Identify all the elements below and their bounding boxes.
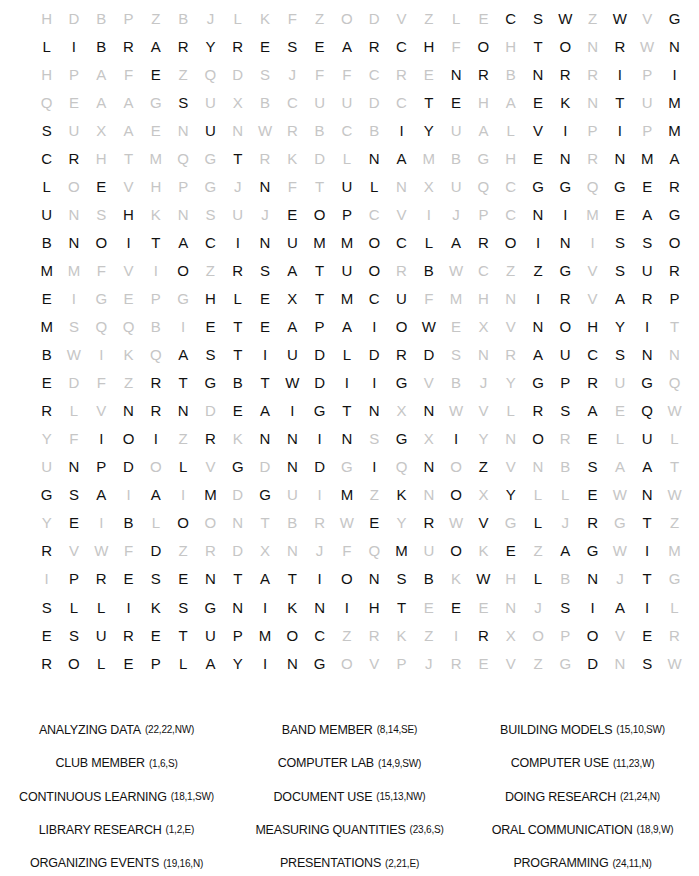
grid-cell-c8-r14[interactable]: B bbox=[224, 369, 251, 397]
grid-cell-c2-r21[interactable]: P bbox=[60, 565, 87, 593]
grid-cell-c13-r15[interactable]: N bbox=[361, 397, 388, 425]
grid-cell-c12-r15[interactable]: T bbox=[333, 397, 360, 425]
grid-cell-c2-r6[interactable]: R bbox=[60, 144, 87, 172]
grid-cell-c17-r12[interactable]: X bbox=[470, 313, 497, 341]
grid-cell-c10-r13[interactable]: U bbox=[279, 341, 306, 369]
grid-cell-c5-r6[interactable]: M bbox=[142, 144, 169, 172]
grid-cell-c17-r21[interactable]: W bbox=[470, 565, 497, 593]
grid-cell-c11-r7[interactable]: T bbox=[306, 172, 333, 200]
grid-cell-c6-r11[interactable]: G bbox=[169, 284, 196, 312]
grid-cell-c11-r14[interactable]: D bbox=[306, 369, 333, 397]
grid-cell-c23-r12[interactable]: I bbox=[634, 313, 661, 341]
grid-cell-c22-r17[interactable]: A bbox=[606, 453, 633, 481]
grid-cell-c4-r21[interactable]: E bbox=[115, 565, 142, 593]
grid-cell-c8-r15[interactable]: E bbox=[224, 397, 251, 425]
grid-cell-c14-r11[interactable]: U bbox=[388, 284, 415, 312]
grid-cell-c9-r23[interactable]: M bbox=[251, 621, 278, 649]
grid-cell-c20-r3[interactable]: R bbox=[552, 60, 579, 88]
grid-cell-c6-r13[interactable]: A bbox=[169, 341, 196, 369]
grid-cell-c3-r4[interactable]: A bbox=[88, 88, 115, 116]
grid-cell-c24-r21[interactable]: G bbox=[661, 565, 688, 593]
grid-cell-c9-r3[interactable]: S bbox=[251, 60, 278, 88]
grid-cell-c7-r22[interactable]: G bbox=[197, 593, 224, 621]
grid-cell-c17-r17[interactable]: Z bbox=[470, 453, 497, 481]
grid-cell-c3-r18[interactable]: A bbox=[88, 481, 115, 509]
grid-cell-c20-r4[interactable]: K bbox=[552, 88, 579, 116]
grid-cell-c8-r13[interactable]: T bbox=[224, 341, 251, 369]
grid-cell-c8-r8[interactable]: U bbox=[224, 200, 251, 228]
grid-cell-c24-r24[interactable]: W bbox=[661, 649, 688, 677]
grid-cell-c7-r5[interactable]: U bbox=[197, 116, 224, 144]
grid-cell-c18-r6[interactable]: H bbox=[497, 144, 524, 172]
grid-cell-c9-r20[interactable]: X bbox=[251, 537, 278, 565]
grid-cell-c5-r15[interactable]: R bbox=[142, 397, 169, 425]
grid-cell-c20-r8[interactable]: I bbox=[552, 200, 579, 228]
grid-cell-c23-r5[interactable]: P bbox=[634, 116, 661, 144]
grid-cell-c22-r19[interactable]: G bbox=[606, 509, 633, 537]
grid-cell-c5-r18[interactable]: A bbox=[142, 481, 169, 509]
grid-cell-c13-r24[interactable]: V bbox=[361, 649, 388, 677]
grid-cell-c13-r4[interactable]: D bbox=[361, 88, 388, 116]
grid-cell-c22-r21[interactable]: J bbox=[606, 565, 633, 593]
grid-cell-c8-r19[interactable]: N bbox=[224, 509, 251, 537]
grid-cell-c7-r9[interactable]: C bbox=[197, 228, 224, 256]
grid-cell-c12-r6[interactable]: L bbox=[333, 144, 360, 172]
grid-cell-c15-r17[interactable]: N bbox=[415, 453, 442, 481]
grid-cell-c5-r11[interactable]: P bbox=[142, 284, 169, 312]
grid-cell-c2-r17[interactable]: N bbox=[60, 453, 87, 481]
grid-cell-c24-r17[interactable]: T bbox=[661, 453, 688, 481]
grid-cell-c21-r22[interactable]: I bbox=[579, 593, 606, 621]
grid-cell-c3-r6[interactable]: H bbox=[88, 144, 115, 172]
grid-cell-c24-r11[interactable]: P bbox=[661, 284, 688, 312]
grid-cell-c2-r16[interactable]: F bbox=[60, 425, 87, 453]
grid-cell-c19-r20[interactable]: Z bbox=[524, 537, 551, 565]
grid-cell-c10-r2[interactable]: S bbox=[279, 32, 306, 60]
grid-cell-c6-r2[interactable]: R bbox=[169, 32, 196, 60]
grid-cell-c17-r13[interactable]: N bbox=[470, 341, 497, 369]
grid-cell-c4-r17[interactable]: D bbox=[115, 453, 142, 481]
grid-cell-c16-r14[interactable]: B bbox=[442, 369, 469, 397]
grid-cell-c23-r16[interactable]: U bbox=[634, 425, 661, 453]
grid-cell-c15-r9[interactable]: L bbox=[415, 228, 442, 256]
grid-cell-c16-r17[interactable]: O bbox=[442, 453, 469, 481]
grid-cell-c23-r4[interactable]: U bbox=[634, 88, 661, 116]
grid-cell-c4-r19[interactable]: B bbox=[115, 509, 142, 537]
grid-cell-c21-r18[interactable]: E bbox=[579, 481, 606, 509]
grid-cell-c12-r17[interactable]: G bbox=[333, 453, 360, 481]
grid-cell-c23-r15[interactable]: Q bbox=[634, 397, 661, 425]
grid-cell-c19-r8[interactable]: N bbox=[524, 200, 551, 228]
grid-cell-c9-r24[interactable]: I bbox=[251, 649, 278, 677]
grid-cell-c16-r16[interactable]: I bbox=[442, 425, 469, 453]
grid-cell-c14-r20[interactable]: M bbox=[388, 537, 415, 565]
grid-cell-c11-r1[interactable]: Z bbox=[306, 4, 333, 32]
grid-cell-c19-r10[interactable]: Z bbox=[524, 256, 551, 284]
grid-cell-c8-r23[interactable]: P bbox=[224, 621, 251, 649]
grid-cell-c13-r8[interactable]: C bbox=[361, 200, 388, 228]
grid-cell-c14-r9[interactable]: C bbox=[388, 228, 415, 256]
grid-cell-c20-r17[interactable]: B bbox=[552, 453, 579, 481]
grid-cell-c11-r16[interactable]: I bbox=[306, 425, 333, 453]
grid-cell-c12-r23[interactable]: Z bbox=[333, 621, 360, 649]
grid-cell-c20-r23[interactable]: P bbox=[552, 621, 579, 649]
grid-cell-c2-r24[interactable]: O bbox=[60, 649, 87, 677]
grid-cell-c8-r18[interactable]: D bbox=[224, 481, 251, 509]
grid-cell-c17-r10[interactable]: C bbox=[470, 256, 497, 284]
grid-cell-c20-r12[interactable]: O bbox=[552, 313, 579, 341]
grid-cell-c16-r9[interactable]: A bbox=[442, 228, 469, 256]
grid-cell-c3-r9[interactable]: O bbox=[88, 228, 115, 256]
grid-cell-c15-r23[interactable]: Z bbox=[415, 621, 442, 649]
grid-cell-c3-r20[interactable]: W bbox=[88, 537, 115, 565]
grid-cell-c3-r16[interactable]: I bbox=[88, 425, 115, 453]
grid-cell-c24-r10[interactable]: R bbox=[661, 256, 688, 284]
grid-cell-c24-r8[interactable]: G bbox=[661, 200, 688, 228]
grid-cell-c18-r7[interactable]: C bbox=[497, 172, 524, 200]
grid-cell-c8-r12[interactable]: T bbox=[224, 313, 251, 341]
grid-cell-c17-r7[interactable]: Q bbox=[470, 172, 497, 200]
grid-cell-c18-r12[interactable]: V bbox=[497, 313, 524, 341]
grid-cell-c23-r21[interactable]: T bbox=[634, 565, 661, 593]
grid-cell-c22-r4[interactable]: T bbox=[606, 88, 633, 116]
grid-cell-c1-r7[interactable]: L bbox=[33, 172, 60, 200]
grid-cell-c7-r21[interactable]: N bbox=[197, 565, 224, 593]
grid-cell-c4-r11[interactable]: E bbox=[115, 284, 142, 312]
grid-cell-c22-r15[interactable]: E bbox=[606, 397, 633, 425]
grid-cell-c12-r13[interactable]: L bbox=[333, 341, 360, 369]
grid-cell-c14-r22[interactable]: T bbox=[388, 593, 415, 621]
grid-cell-c1-r11[interactable]: E bbox=[33, 284, 60, 312]
grid-cell-c5-r8[interactable]: K bbox=[142, 200, 169, 228]
grid-cell-c5-r21[interactable]: S bbox=[142, 565, 169, 593]
grid-cell-c11-r20[interactable]: J bbox=[306, 537, 333, 565]
grid-cell-c19-r24[interactable]: Z bbox=[524, 649, 551, 677]
grid-cell-c14-r5[interactable]: I bbox=[388, 116, 415, 144]
grid-cell-c10-r9[interactable]: U bbox=[279, 228, 306, 256]
grid-cell-c4-r8[interactable]: H bbox=[115, 200, 142, 228]
grid-cell-c21-r17[interactable]: S bbox=[579, 453, 606, 481]
grid-cell-c19-r16[interactable]: O bbox=[524, 425, 551, 453]
grid-cell-c14-r1[interactable]: V bbox=[388, 4, 415, 32]
grid-cell-c2-r23[interactable]: S bbox=[60, 621, 87, 649]
grid-cell-c15-r1[interactable]: Z bbox=[415, 4, 442, 32]
grid-cell-c19-r12[interactable]: N bbox=[524, 313, 551, 341]
grid-cell-c4-r14[interactable]: Z bbox=[115, 369, 142, 397]
grid-cell-c20-r24[interactable]: G bbox=[552, 649, 579, 677]
grid-cell-c21-r10[interactable]: V bbox=[579, 256, 606, 284]
grid-cell-c15-r21[interactable]: B bbox=[415, 565, 442, 593]
grid-cell-c15-r6[interactable]: M bbox=[415, 144, 442, 172]
grid-cell-c10-r19[interactable]: B bbox=[279, 509, 306, 537]
grid-cell-c11-r11[interactable]: T bbox=[306, 284, 333, 312]
grid-cell-c6-r23[interactable]: T bbox=[169, 621, 196, 649]
grid-cell-c6-r21[interactable]: E bbox=[169, 565, 196, 593]
grid-cell-c16-r10[interactable]: W bbox=[442, 256, 469, 284]
grid-cell-c3-r22[interactable]: L bbox=[88, 593, 115, 621]
grid-cell-c1-r10[interactable]: M bbox=[33, 256, 60, 284]
grid-cell-c6-r9[interactable]: A bbox=[169, 228, 196, 256]
grid-cell-c2-r20[interactable]: V bbox=[60, 537, 87, 565]
grid-cell-c21-r8[interactable]: M bbox=[579, 200, 606, 228]
grid-cell-c13-r19[interactable]: E bbox=[361, 509, 388, 537]
grid-cell-c6-r12[interactable]: I bbox=[169, 313, 196, 341]
grid-cell-c12-r21[interactable]: O bbox=[333, 565, 360, 593]
grid-cell-c21-r4[interactable]: N bbox=[579, 88, 606, 116]
grid-cell-c24-r20[interactable]: M bbox=[661, 537, 688, 565]
grid-cell-c14-r10[interactable]: R bbox=[388, 256, 415, 284]
grid-cell-c10-r23[interactable]: O bbox=[279, 621, 306, 649]
grid-cell-c3-r13[interactable]: I bbox=[88, 341, 115, 369]
grid-cell-c5-r23[interactable]: E bbox=[142, 621, 169, 649]
grid-cell-c17-r8[interactable]: P bbox=[470, 200, 497, 228]
grid-cell-c7-r17[interactable]: V bbox=[197, 453, 224, 481]
grid-cell-c3-r2[interactable]: B bbox=[88, 32, 115, 60]
grid-cell-c18-r19[interactable]: G bbox=[497, 509, 524, 537]
grid-cell-c9-r8[interactable]: J bbox=[251, 200, 278, 228]
grid-cell-c4-r4[interactable]: A bbox=[115, 88, 142, 116]
grid-cell-c19-r13[interactable]: A bbox=[524, 341, 551, 369]
grid-cell-c9-r19[interactable]: T bbox=[251, 509, 278, 537]
grid-cell-c8-r7[interactable]: J bbox=[224, 172, 251, 200]
grid-cell-c22-r9[interactable]: S bbox=[606, 228, 633, 256]
grid-cell-c6-r20[interactable]: Z bbox=[169, 537, 196, 565]
grid-cell-c22-r7[interactable]: G bbox=[606, 172, 633, 200]
grid-cell-c7-r8[interactable]: S bbox=[197, 200, 224, 228]
grid-cell-c18-r14[interactable]: Y bbox=[497, 369, 524, 397]
grid-cell-c2-r9[interactable]: N bbox=[60, 228, 87, 256]
grid-cell-c21-r13[interactable]: C bbox=[579, 341, 606, 369]
grid-cell-c1-r12[interactable]: M bbox=[33, 313, 60, 341]
grid-cell-c8-r21[interactable]: T bbox=[224, 565, 251, 593]
grid-cell-c22-r18[interactable]: W bbox=[606, 481, 633, 509]
grid-cell-c4-r1[interactable]: P bbox=[115, 4, 142, 32]
grid-cell-c16-r3[interactable]: N bbox=[442, 60, 469, 88]
grid-cell-c2-r5[interactable]: U bbox=[60, 116, 87, 144]
grid-cell-c14-r15[interactable]: X bbox=[388, 397, 415, 425]
grid-cell-c18-r17[interactable]: V bbox=[497, 453, 524, 481]
grid-cell-c22-r5[interactable]: I bbox=[606, 116, 633, 144]
grid-cell-c8-r5[interactable]: N bbox=[224, 116, 251, 144]
grid-cell-c23-r7[interactable]: E bbox=[634, 172, 661, 200]
grid-cell-c1-r4[interactable]: Q bbox=[33, 88, 60, 116]
grid-cell-c1-r13[interactable]: B bbox=[33, 341, 60, 369]
grid-cell-c3-r24[interactable]: L bbox=[88, 649, 115, 677]
grid-cell-c16-r8[interactable]: J bbox=[442, 200, 469, 228]
grid-cell-c4-r10[interactable]: V bbox=[115, 256, 142, 284]
grid-cell-c4-r6[interactable]: T bbox=[115, 144, 142, 172]
grid-cell-c6-r14[interactable]: T bbox=[169, 369, 196, 397]
grid-cell-c1-r3[interactable]: H bbox=[33, 60, 60, 88]
grid-cell-c14-r3[interactable]: R bbox=[388, 60, 415, 88]
grid-cell-c23-r19[interactable]: T bbox=[634, 509, 661, 537]
grid-cell-c7-r15[interactable]: D bbox=[197, 397, 224, 425]
grid-cell-c1-r24[interactable]: R bbox=[33, 649, 60, 677]
grid-cell-c2-r18[interactable]: S bbox=[60, 481, 87, 509]
grid-cell-c24-r7[interactable]: R bbox=[661, 172, 688, 200]
grid-cell-c19-r7[interactable]: G bbox=[524, 172, 551, 200]
grid-cell-c22-r23[interactable]: V bbox=[606, 621, 633, 649]
grid-cell-c17-r1[interactable]: E bbox=[470, 4, 497, 32]
grid-cell-c10-r1[interactable]: F bbox=[279, 4, 306, 32]
grid-cell-c8-r16[interactable]: K bbox=[224, 425, 251, 453]
grid-cell-c20-r1[interactable]: W bbox=[552, 4, 579, 32]
grid-cell-c1-r15[interactable]: R bbox=[33, 397, 60, 425]
grid-cell-c5-r4[interactable]: G bbox=[142, 88, 169, 116]
grid-cell-c21-r11[interactable]: V bbox=[579, 284, 606, 312]
grid-cell-c19-r5[interactable]: V bbox=[524, 116, 551, 144]
grid-cell-c7-r24[interactable]: A bbox=[197, 649, 224, 677]
grid-cell-c16-r21[interactable]: K bbox=[442, 565, 469, 593]
grid-cell-c21-r14[interactable]: R bbox=[579, 369, 606, 397]
grid-cell-c15-r22[interactable]: E bbox=[415, 593, 442, 621]
grid-cell-c20-r13[interactable]: U bbox=[552, 341, 579, 369]
grid-cell-c8-r11[interactable]: L bbox=[224, 284, 251, 312]
grid-cell-c12-r10[interactable]: U bbox=[333, 256, 360, 284]
grid-cell-c6-r3[interactable]: Z bbox=[169, 60, 196, 88]
grid-cell-c11-r24[interactable]: G bbox=[306, 649, 333, 677]
grid-cell-c18-r23[interactable]: X bbox=[497, 621, 524, 649]
grid-cell-c19-r1[interactable]: S bbox=[524, 4, 551, 32]
grid-cell-c16-r22[interactable]: E bbox=[442, 593, 469, 621]
grid-cell-c22-r8[interactable]: E bbox=[606, 200, 633, 228]
grid-cell-c17-r18[interactable]: X bbox=[470, 481, 497, 509]
grid-cell-c14-r7[interactable]: N bbox=[388, 172, 415, 200]
grid-cell-c22-r12[interactable]: Y bbox=[606, 313, 633, 341]
grid-cell-c15-r10[interactable]: B bbox=[415, 256, 442, 284]
grid-cell-c10-r8[interactable]: E bbox=[279, 200, 306, 228]
grid-cell-c12-r22[interactable]: I bbox=[333, 593, 360, 621]
grid-cell-c18-r3[interactable]: B bbox=[497, 60, 524, 88]
grid-cell-c11-r19[interactable]: R bbox=[306, 509, 333, 537]
grid-cell-c6-r7[interactable]: P bbox=[169, 172, 196, 200]
grid-cell-c24-r6[interactable]: A bbox=[661, 144, 688, 172]
grid-cell-c10-r11[interactable]: X bbox=[279, 284, 306, 312]
grid-cell-c6-r4[interactable]: S bbox=[169, 88, 196, 116]
grid-cell-c8-r22[interactable]: N bbox=[224, 593, 251, 621]
grid-cell-c4-r7[interactable]: V bbox=[115, 172, 142, 200]
grid-cell-c9-r7[interactable]: N bbox=[251, 172, 278, 200]
grid-cell-c9-r17[interactable]: D bbox=[251, 453, 278, 481]
grid-cell-c11-r23[interactable]: C bbox=[306, 621, 333, 649]
grid-cell-c13-r13[interactable]: D bbox=[361, 341, 388, 369]
grid-cell-c12-r24[interactable]: O bbox=[333, 649, 360, 677]
grid-cell-c6-r16[interactable]: Z bbox=[169, 425, 196, 453]
grid-cell-c4-r5[interactable]: A bbox=[115, 116, 142, 144]
grid-cell-c19-r19[interactable]: L bbox=[524, 509, 551, 537]
grid-cell-c3-r8[interactable]: S bbox=[88, 200, 115, 228]
grid-cell-c7-r10[interactable]: Z bbox=[197, 256, 224, 284]
grid-cell-c24-r1[interactable]: G bbox=[661, 4, 688, 32]
grid-cell-c11-r9[interactable]: M bbox=[306, 228, 333, 256]
grid-cell-c12-r18[interactable]: M bbox=[333, 481, 360, 509]
grid-cell-c6-r22[interactable]: S bbox=[169, 593, 196, 621]
grid-cell-c9-r2[interactable]: E bbox=[251, 32, 278, 60]
grid-cell-c23-r23[interactable]: E bbox=[634, 621, 661, 649]
grid-cell-c20-r6[interactable]: N bbox=[552, 144, 579, 172]
grid-cell-c21-r6[interactable]: R bbox=[579, 144, 606, 172]
grid-cell-c13-r3[interactable]: C bbox=[361, 60, 388, 88]
grid-cell-c23-r22[interactable]: I bbox=[634, 593, 661, 621]
grid-cell-c10-r20[interactable]: N bbox=[279, 537, 306, 565]
grid-cell-c21-r24[interactable]: D bbox=[579, 649, 606, 677]
grid-cell-c15-r14[interactable]: V bbox=[415, 369, 442, 397]
grid-cell-c2-r4[interactable]: E bbox=[60, 88, 87, 116]
grid-cell-c24-r22[interactable]: L bbox=[661, 593, 688, 621]
grid-cell-c18-r11[interactable]: N bbox=[497, 284, 524, 312]
grid-cell-c24-r19[interactable]: Z bbox=[661, 509, 688, 537]
grid-cell-c6-r10[interactable]: O bbox=[169, 256, 196, 284]
grid-cell-c1-r17[interactable]: U bbox=[33, 453, 60, 481]
grid-cell-c23-r11[interactable]: R bbox=[634, 284, 661, 312]
grid-cell-c9-r15[interactable]: A bbox=[251, 397, 278, 425]
grid-cell-c16-r19[interactable]: W bbox=[442, 509, 469, 537]
grid-cell-c19-r9[interactable]: I bbox=[524, 228, 551, 256]
grid-cell-c19-r18[interactable]: L bbox=[524, 481, 551, 509]
grid-cell-c2-r2[interactable]: I bbox=[60, 32, 87, 60]
grid-cell-c21-r19[interactable]: R bbox=[579, 509, 606, 537]
grid-cell-c3-r21[interactable]: R bbox=[88, 565, 115, 593]
grid-cell-c23-r17[interactable]: A bbox=[634, 453, 661, 481]
grid-cell-c24-r14[interactable]: Q bbox=[661, 369, 688, 397]
grid-cell-c18-r9[interactable]: O bbox=[497, 228, 524, 256]
grid-cell-c10-r12[interactable]: A bbox=[279, 313, 306, 341]
grid-cell-c4-r18[interactable]: I bbox=[115, 481, 142, 509]
grid-cell-c20-r9[interactable]: N bbox=[552, 228, 579, 256]
grid-cell-c19-r2[interactable]: T bbox=[524, 32, 551, 60]
grid-cell-c19-r23[interactable]: O bbox=[524, 621, 551, 649]
grid-cell-c23-r2[interactable]: W bbox=[634, 32, 661, 60]
grid-cell-c19-r6[interactable]: E bbox=[524, 144, 551, 172]
grid-cell-c5-r12[interactable]: B bbox=[142, 313, 169, 341]
grid-cell-c2-r19[interactable]: E bbox=[60, 509, 87, 537]
grid-cell-c1-r23[interactable]: E bbox=[33, 621, 60, 649]
grid-cell-c1-r8[interactable]: U bbox=[33, 200, 60, 228]
grid-cell-c24-r5[interactable]: M bbox=[661, 116, 688, 144]
grid-cell-c10-r17[interactable]: N bbox=[279, 453, 306, 481]
grid-cell-c15-r5[interactable]: Y bbox=[415, 116, 442, 144]
grid-cell-c8-r6[interactable]: T bbox=[224, 144, 251, 172]
grid-cell-c20-r2[interactable]: O bbox=[552, 32, 579, 60]
grid-cell-c10-r5[interactable]: R bbox=[279, 116, 306, 144]
grid-cell-c3-r3[interactable]: A bbox=[88, 60, 115, 88]
grid-cell-c13-r10[interactable]: O bbox=[361, 256, 388, 284]
grid-cell-c10-r3[interactable]: J bbox=[279, 60, 306, 88]
grid-cell-c24-r23[interactable]: R bbox=[661, 621, 688, 649]
grid-cell-c17-r4[interactable]: H bbox=[470, 88, 497, 116]
grid-cell-c14-r23[interactable]: K bbox=[388, 621, 415, 649]
grid-cell-c5-r7[interactable]: H bbox=[142, 172, 169, 200]
grid-cell-c17-r2[interactable]: O bbox=[470, 32, 497, 60]
grid-cell-c6-r19[interactable]: O bbox=[169, 509, 196, 537]
grid-cell-c18-r4[interactable]: A bbox=[497, 88, 524, 116]
grid-cell-c4-r3[interactable]: F bbox=[115, 60, 142, 88]
grid-cell-c17-r6[interactable]: G bbox=[470, 144, 497, 172]
grid-cell-c14-r24[interactable]: P bbox=[388, 649, 415, 677]
grid-cell-c21-r16[interactable]: E bbox=[579, 425, 606, 453]
grid-cell-c4-r23[interactable]: R bbox=[115, 621, 142, 649]
grid-cell-c15-r3[interactable]: E bbox=[415, 60, 442, 88]
grid-cell-c19-r11[interactable]: I bbox=[524, 284, 551, 312]
grid-cell-c13-r14[interactable]: I bbox=[361, 369, 388, 397]
grid-cell-c8-r3[interactable]: D bbox=[224, 60, 251, 88]
grid-cell-c9-r1[interactable]: K bbox=[251, 4, 278, 32]
grid-cell-c20-r21[interactable]: B bbox=[552, 565, 579, 593]
grid-cell-c10-r18[interactable]: U bbox=[279, 481, 306, 509]
grid-cell-c13-r20[interactable]: Q bbox=[361, 537, 388, 565]
grid-cell-c9-r13[interactable]: I bbox=[251, 341, 278, 369]
grid-cell-c10-r15[interactable]: I bbox=[279, 397, 306, 425]
